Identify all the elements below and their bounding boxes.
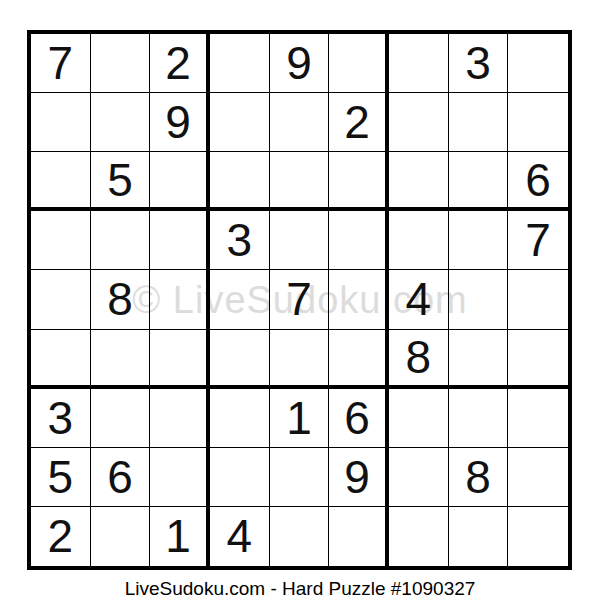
cell-r3c9[interactable]: 6	[508, 152, 568, 211]
cell-r9c2[interactable]	[91, 507, 151, 566]
cell-r3c7[interactable]	[389, 152, 449, 211]
cell-r6c5[interactable]	[270, 330, 330, 389]
cell-r9c6[interactable]	[329, 507, 389, 566]
cell-r1c4[interactable]	[210, 34, 270, 93]
cell-r9c9[interactable]	[508, 507, 568, 566]
cell-r5c5[interactable]: 7	[270, 270, 330, 329]
footer-caption: LiveSudoku.com - Hard Puzzle #1090327	[0, 578, 600, 600]
cell-r2c6[interactable]: 2	[329, 93, 389, 152]
cell-r7c6[interactable]: 6	[329, 389, 389, 448]
cell-r7c5[interactable]: 1	[270, 389, 330, 448]
cell-r2c9[interactable]	[508, 93, 568, 152]
cell-r5c7[interactable]: 4	[389, 270, 449, 329]
cell-r8c6[interactable]: 9	[329, 448, 389, 507]
cell-r5c8[interactable]	[449, 270, 509, 329]
cell-r9c4[interactable]: 4	[210, 507, 270, 566]
cell-r3c2[interactable]: 5	[91, 152, 151, 211]
cell-r8c8[interactable]: 8	[449, 448, 509, 507]
cell-r6c2[interactable]	[91, 330, 151, 389]
cell-r1c9[interactable]	[508, 34, 568, 93]
cell-r9c8[interactable]	[449, 507, 509, 566]
cell-r5c2[interactable]: 8	[91, 270, 151, 329]
cell-r6c6[interactable]	[329, 330, 389, 389]
cell-r2c2[interactable]	[91, 93, 151, 152]
cell-r1c3[interactable]: 2	[150, 34, 210, 93]
cell-r1c6[interactable]	[329, 34, 389, 93]
cell-r7c2[interactable]	[91, 389, 151, 448]
cell-r5c6[interactable]	[329, 270, 389, 329]
page: © LiveSudoku.com 72939256378748316569821…	[0, 0, 600, 615]
cell-r2c3[interactable]: 9	[150, 93, 210, 152]
cell-r6c1[interactable]	[31, 330, 91, 389]
cell-r4c2[interactable]	[91, 211, 151, 270]
cell-r7c4[interactable]	[210, 389, 270, 448]
cell-r3c6[interactable]	[329, 152, 389, 211]
cell-r8c7[interactable]	[389, 448, 449, 507]
sudoku-board: 729392563787483165698214	[27, 30, 572, 570]
cell-r7c8[interactable]	[449, 389, 509, 448]
cell-r6c8[interactable]	[449, 330, 509, 389]
cell-r1c5[interactable]: 9	[270, 34, 330, 93]
cell-r1c2[interactable]	[91, 34, 151, 93]
cell-r8c2[interactable]: 6	[91, 448, 151, 507]
cell-r9c5[interactable]	[270, 507, 330, 566]
cell-r5c3[interactable]	[150, 270, 210, 329]
cell-r1c8[interactable]: 3	[449, 34, 509, 93]
cell-r5c9[interactable]	[508, 270, 568, 329]
cell-r4c7[interactable]	[389, 211, 449, 270]
cell-r2c5[interactable]	[270, 93, 330, 152]
cell-r4c3[interactable]	[150, 211, 210, 270]
cell-r2c7[interactable]	[389, 93, 449, 152]
cell-r8c1[interactable]: 5	[31, 448, 91, 507]
cell-r7c3[interactable]	[150, 389, 210, 448]
cell-r3c8[interactable]	[449, 152, 509, 211]
cell-r2c1[interactable]	[31, 93, 91, 152]
cell-r5c4[interactable]	[210, 270, 270, 329]
cell-r1c1[interactable]: 7	[31, 34, 91, 93]
cell-r5c1[interactable]	[31, 270, 91, 329]
cell-r3c4[interactable]	[210, 152, 270, 211]
cell-r4c5[interactable]	[270, 211, 330, 270]
cell-r3c1[interactable]	[31, 152, 91, 211]
cell-r8c5[interactable]	[270, 448, 330, 507]
cell-r8c3[interactable]	[150, 448, 210, 507]
cell-r6c7[interactable]: 8	[389, 330, 449, 389]
cell-r8c4[interactable]	[210, 448, 270, 507]
cell-r4c9[interactable]: 7	[508, 211, 568, 270]
cell-r8c9[interactable]	[508, 448, 568, 507]
cell-r1c7[interactable]	[389, 34, 449, 93]
cell-r9c3[interactable]: 1	[150, 507, 210, 566]
cell-r3c5[interactable]	[270, 152, 330, 211]
cell-r9c1[interactable]: 2	[31, 507, 91, 566]
cell-r3c3[interactable]	[150, 152, 210, 211]
cell-r4c1[interactable]	[31, 211, 91, 270]
cell-r7c7[interactable]	[389, 389, 449, 448]
cell-r4c4[interactable]: 3	[210, 211, 270, 270]
cell-r4c8[interactable]	[449, 211, 509, 270]
cell-r4c6[interactable]	[329, 211, 389, 270]
cell-r6c3[interactable]	[150, 330, 210, 389]
cell-r6c4[interactable]	[210, 330, 270, 389]
cell-r7c9[interactable]	[508, 389, 568, 448]
cell-r9c7[interactable]	[389, 507, 449, 566]
cell-r6c9[interactable]	[508, 330, 568, 389]
cell-r7c1[interactable]: 3	[31, 389, 91, 448]
cell-r2c8[interactable]	[449, 93, 509, 152]
cell-r2c4[interactable]	[210, 93, 270, 152]
